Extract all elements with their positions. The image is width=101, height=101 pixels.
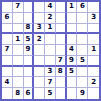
cell-r3c8[interactable] xyxy=(77,24,88,35)
cell-r7c3[interactable] xyxy=(24,67,35,78)
cell-r6c9[interactable] xyxy=(88,56,99,67)
cell-r6c5[interactable] xyxy=(45,56,56,67)
cell-r1c8[interactable]: 6 xyxy=(77,2,88,13)
cell-r8c1[interactable]: 4 xyxy=(2,77,13,88)
cell-r5c7[interactable]: 4 xyxy=(67,45,78,56)
cell-r8c2[interactable] xyxy=(13,77,24,88)
cell-r9c6[interactable] xyxy=(56,88,67,99)
cell-r7c5[interactable]: 3 xyxy=(45,67,56,78)
cell-r6c3[interactable] xyxy=(24,56,35,67)
cell-r3c2[interactable] xyxy=(13,24,24,35)
cell-r3c7[interactable] xyxy=(67,24,78,35)
cell-r8c3[interactable] xyxy=(24,77,35,88)
sudoku-board: 741662383115279417953854728659 xyxy=(0,0,101,101)
cell-r4c6[interactable] xyxy=(56,34,67,45)
cell-r2c6[interactable] xyxy=(56,13,67,24)
cell-r3c4[interactable]: 3 xyxy=(34,24,45,35)
cell-r7c7[interactable]: 5 xyxy=(67,67,78,78)
cell-r3c9[interactable] xyxy=(88,24,99,35)
cell-r9c2[interactable]: 8 xyxy=(13,88,24,99)
cell-r4c5[interactable] xyxy=(45,34,56,45)
cell-r2c1[interactable]: 6 xyxy=(2,13,13,24)
cell-r7c9[interactable] xyxy=(88,67,99,78)
cell-r1c9[interactable] xyxy=(88,2,99,13)
cell-r3c5[interactable]: 1 xyxy=(45,24,56,35)
cell-r9c7[interactable] xyxy=(67,88,78,99)
cell-r6c6[interactable]: 7 xyxy=(56,56,67,67)
cell-r1c1[interactable] xyxy=(2,2,13,13)
cell-r6c4[interactable] xyxy=(34,56,45,67)
cell-r4c9[interactable] xyxy=(88,34,99,45)
cell-r5c8[interactable] xyxy=(77,45,88,56)
cell-r5c1[interactable]: 7 xyxy=(2,45,13,56)
cell-r8c8[interactable] xyxy=(77,77,88,88)
cell-r1c4[interactable] xyxy=(34,2,45,13)
cell-r5c9[interactable]: 1 xyxy=(88,45,99,56)
cell-r9c8[interactable]: 9 xyxy=(77,88,88,99)
cell-r4c2[interactable]: 1 xyxy=(13,34,24,45)
cell-r1c5[interactable]: 4 xyxy=(45,2,56,13)
cell-r1c6[interactable] xyxy=(56,2,67,13)
cell-r8c4[interactable] xyxy=(34,77,45,88)
cell-r6c8[interactable]: 5 xyxy=(77,56,88,67)
cell-r2c8[interactable] xyxy=(77,13,88,24)
cell-r2c3[interactable] xyxy=(24,13,35,24)
cell-r7c1[interactable] xyxy=(2,67,13,78)
cell-r7c2[interactable] xyxy=(13,67,24,78)
cell-r7c6[interactable]: 8 xyxy=(56,67,67,78)
cell-r9c3[interactable]: 6 xyxy=(24,88,35,99)
cell-r4c1[interactable] xyxy=(2,34,13,45)
cell-r8c9[interactable]: 2 xyxy=(88,77,99,88)
cell-r2c2[interactable] xyxy=(13,13,24,24)
cell-r2c9[interactable]: 3 xyxy=(88,13,99,24)
cell-r5c4[interactable] xyxy=(34,45,45,56)
cell-r8c5[interactable]: 7 xyxy=(45,77,56,88)
cell-r3c1[interactable] xyxy=(2,24,13,35)
cell-r5c6[interactable] xyxy=(56,45,67,56)
cell-r6c1[interactable] xyxy=(2,56,13,67)
cell-r4c3[interactable]: 5 xyxy=(24,34,35,45)
cell-r5c5[interactable] xyxy=(45,45,56,56)
cell-r6c2[interactable] xyxy=(13,56,24,67)
cell-r7c4[interactable] xyxy=(34,67,45,78)
cell-r2c7[interactable] xyxy=(67,13,78,24)
cell-r6c7[interactable]: 9 xyxy=(67,56,78,67)
cell-r5c3[interactable]: 9 xyxy=(24,45,35,56)
cell-r9c5[interactable]: 5 xyxy=(45,88,56,99)
cell-r1c2[interactable]: 7 xyxy=(13,2,24,13)
cell-r2c5[interactable]: 2 xyxy=(45,13,56,24)
cell-r3c6[interactable] xyxy=(56,24,67,35)
cell-r1c7[interactable]: 1 xyxy=(67,2,78,13)
cell-r3c3[interactable]: 8 xyxy=(24,24,35,35)
cell-r7c8[interactable] xyxy=(77,67,88,78)
cell-r2c4[interactable] xyxy=(34,13,45,24)
cell-r4c4[interactable]: 2 xyxy=(34,34,45,45)
cell-r9c4[interactable] xyxy=(34,88,45,99)
cell-r8c6[interactable] xyxy=(56,77,67,88)
cell-r8c7[interactable] xyxy=(67,77,78,88)
cell-r1c3[interactable] xyxy=(24,2,35,13)
cell-r9c9[interactable] xyxy=(88,88,99,99)
cell-r4c8[interactable] xyxy=(77,34,88,45)
cell-r9c1[interactable] xyxy=(2,88,13,99)
cell-r5c2[interactable] xyxy=(13,45,24,56)
cell-r4c7[interactable] xyxy=(67,34,78,45)
